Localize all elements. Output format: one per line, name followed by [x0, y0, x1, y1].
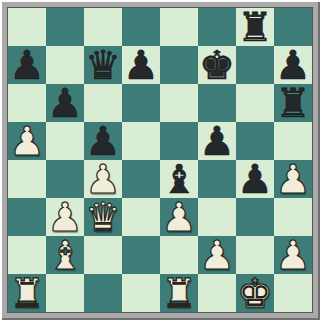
piece-black-pawn: ♟ — [47, 84, 83, 122]
square-e6[interactable] — [160, 84, 198, 122]
square-h4[interactable]: ♟ — [274, 160, 312, 198]
square-c1[interactable] — [84, 274, 122, 312]
square-d3[interactable] — [122, 198, 160, 236]
square-f1[interactable] — [198, 274, 236, 312]
piece-white-rook: ♜ — [161, 274, 197, 312]
square-b6[interactable]: ♟ — [46, 84, 84, 122]
piece-black-pawn: ♟ — [199, 122, 235, 160]
square-d7[interactable]: ♟ — [122, 46, 160, 84]
piece-black-pawn: ♟ — [237, 160, 273, 198]
square-d8[interactable] — [122, 8, 160, 46]
square-b4[interactable] — [46, 160, 84, 198]
square-e2[interactable] — [160, 236, 198, 274]
piece-black-pawn: ♟ — [9, 46, 45, 84]
square-a5[interactable]: ♟ — [8, 122, 46, 160]
square-e3[interactable]: ♟ — [160, 198, 198, 236]
square-b2[interactable]: ♝ — [46, 236, 84, 274]
piece-white-pawn: ♟ — [275, 160, 311, 198]
square-g7[interactable] — [236, 46, 274, 84]
square-g5[interactable] — [236, 122, 274, 160]
square-e1[interactable]: ♜ — [160, 274, 198, 312]
square-d1[interactable] — [122, 274, 160, 312]
square-c4[interactable]: ♟ — [84, 160, 122, 198]
square-a2[interactable] — [8, 236, 46, 274]
piece-black-rook: ♜ — [237, 8, 273, 46]
square-h5[interactable] — [274, 122, 312, 160]
piece-black-bishop: ♝ — [161, 160, 197, 198]
piece-white-pawn: ♟ — [161, 198, 197, 236]
square-a3[interactable] — [8, 198, 46, 236]
piece-white-pawn: ♟ — [275, 236, 311, 274]
square-c6[interactable] — [84, 84, 122, 122]
square-e7[interactable] — [160, 46, 198, 84]
square-c8[interactable] — [84, 8, 122, 46]
square-a7[interactable]: ♟ — [8, 46, 46, 84]
square-e8[interactable] — [160, 8, 198, 46]
square-a6[interactable] — [8, 84, 46, 122]
piece-white-rook: ♜ — [9, 274, 45, 312]
square-g8[interactable]: ♜ — [236, 8, 274, 46]
piece-black-pawn: ♟ — [123, 46, 159, 84]
square-d4[interactable] — [122, 160, 160, 198]
piece-white-king: ♚ — [237, 274, 273, 312]
square-h7[interactable]: ♟ — [274, 46, 312, 84]
piece-white-pawn: ♟ — [47, 198, 83, 236]
square-e4[interactable]: ♝ — [160, 160, 198, 198]
piece-white-pawn: ♟ — [199, 236, 235, 274]
square-g4[interactable]: ♟ — [236, 160, 274, 198]
square-g3[interactable] — [236, 198, 274, 236]
square-d2[interactable] — [122, 236, 160, 274]
piece-black-pawn: ♟ — [85, 122, 121, 160]
square-h1[interactable] — [274, 274, 312, 312]
piece-black-pawn: ♟ — [275, 46, 311, 84]
square-h3[interactable] — [274, 198, 312, 236]
square-h2[interactable]: ♟ — [274, 236, 312, 274]
piece-black-king: ♚ — [199, 46, 235, 84]
square-g6[interactable] — [236, 84, 274, 122]
square-g2[interactable] — [236, 236, 274, 274]
square-b3[interactable]: ♟ — [46, 198, 84, 236]
square-f6[interactable] — [198, 84, 236, 122]
square-b5[interactable] — [46, 122, 84, 160]
board-frame: ♜♟♛♟♚♟♟♜♟♟♟♟♝♟♟♟♛♟♝♟♟♜♜♚ — [0, 0, 320, 320]
piece-black-rook: ♜ — [275, 84, 311, 122]
square-f2[interactable]: ♟ — [198, 236, 236, 274]
square-c5[interactable]: ♟ — [84, 122, 122, 160]
square-f8[interactable] — [198, 8, 236, 46]
square-e5[interactable] — [160, 122, 198, 160]
square-a1[interactable]: ♜ — [8, 274, 46, 312]
square-a8[interactable] — [8, 8, 46, 46]
square-f5[interactable]: ♟ — [198, 122, 236, 160]
square-a4[interactable] — [8, 160, 46, 198]
square-c3[interactable]: ♛ — [84, 198, 122, 236]
square-c7[interactable]: ♛ — [84, 46, 122, 84]
square-f7[interactable]: ♚ — [198, 46, 236, 84]
square-g1[interactable]: ♚ — [236, 274, 274, 312]
square-b1[interactable] — [46, 274, 84, 312]
square-b8[interactable] — [46, 8, 84, 46]
piece-white-queen: ♛ — [85, 198, 121, 236]
square-c2[interactable] — [84, 236, 122, 274]
chess-board: ♜♟♛♟♚♟♟♜♟♟♟♟♝♟♟♟♛♟♝♟♟♜♜♚ — [7, 7, 313, 313]
square-d5[interactable] — [122, 122, 160, 160]
piece-white-pawn: ♟ — [9, 122, 45, 160]
square-h8[interactable] — [274, 8, 312, 46]
piece-black-queen: ♛ — [85, 46, 121, 84]
piece-white-pawn: ♟ — [85, 160, 121, 198]
square-b7[interactable] — [46, 46, 84, 84]
square-f3[interactable] — [198, 198, 236, 236]
piece-white-bishop: ♝ — [47, 236, 83, 274]
square-f4[interactable] — [198, 160, 236, 198]
square-h6[interactable]: ♜ — [274, 84, 312, 122]
square-d6[interactable] — [122, 84, 160, 122]
